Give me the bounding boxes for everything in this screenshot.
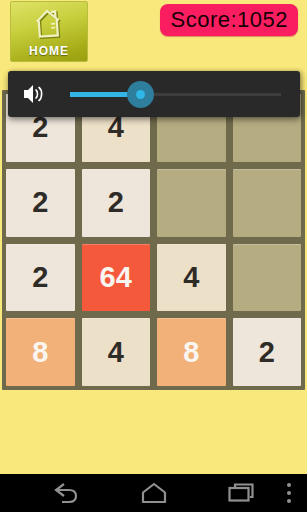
home-button-label: HOME xyxy=(11,44,87,58)
tile-8: 8 xyxy=(157,318,226,386)
score-text: Score:1052 xyxy=(170,7,288,33)
score-badge: Score:1052 xyxy=(160,4,298,36)
tile-2: 2 xyxy=(6,244,75,312)
board[interactable]: 242226448482 xyxy=(2,90,305,390)
menu-dots-icon xyxy=(285,481,293,505)
home-button[interactable]: HOME xyxy=(10,1,88,62)
tile-2: 2 xyxy=(6,169,75,237)
tile-2: 2 xyxy=(233,318,302,386)
tile-2: 2 xyxy=(82,169,151,237)
tile-64: 64 xyxy=(82,244,151,312)
navigation-bar xyxy=(0,474,307,512)
tile-8: 8 xyxy=(6,318,75,386)
volume-slider-thumb[interactable] xyxy=(127,81,154,108)
screen: HOME Score:1052 242226448482 xyxy=(0,0,307,512)
recents-icon xyxy=(227,482,255,504)
back-icon xyxy=(53,482,79,504)
recents-button[interactable] xyxy=(219,474,263,512)
home-nav-button[interactable] xyxy=(132,474,176,512)
house-icon xyxy=(30,5,68,43)
tile-4: 4 xyxy=(157,244,226,312)
tile-4: 4 xyxy=(82,318,151,386)
back-button[interactable] xyxy=(44,474,88,512)
speaker-volume-icon xyxy=(22,82,46,106)
home-nav-icon xyxy=(140,482,168,504)
volume-slider-thumb-dot xyxy=(136,90,145,99)
empty-cell xyxy=(233,244,302,312)
menu-button[interactable] xyxy=(276,474,302,512)
empty-cell xyxy=(157,169,226,237)
volume-overlay xyxy=(8,71,300,117)
empty-cell xyxy=(233,169,302,237)
